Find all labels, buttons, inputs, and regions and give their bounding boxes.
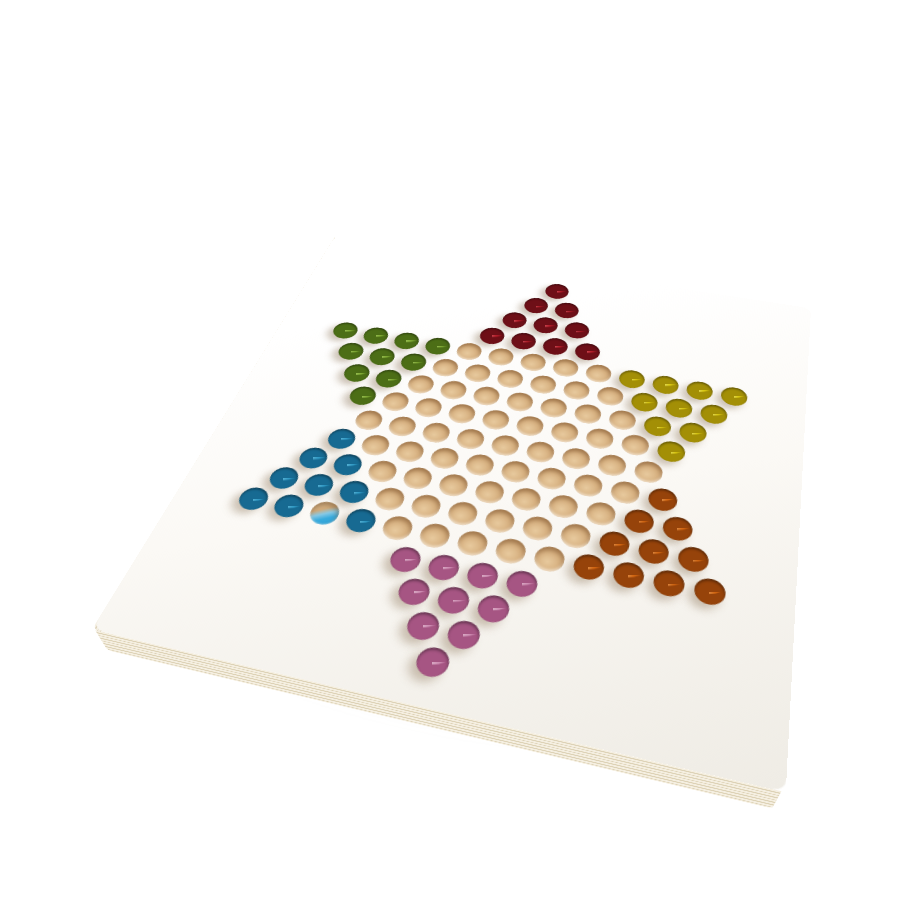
board-hole [584,427,615,451]
board-hole [518,352,548,373]
board-hole [561,379,591,401]
board-hole [572,403,603,426]
board-hole [385,414,419,437]
orange-peg[interactable] [612,515,643,578]
board-hole [494,368,525,389]
red-peg[interactable] [479,287,504,337]
pink-peg[interactable] [415,597,449,665]
board-hole [538,397,569,420]
board-hole [498,459,531,485]
chinese-checkers-board [92,236,811,793]
board-hole [550,357,580,378]
board-hole [404,374,436,396]
blue-peg[interactable] [274,449,304,508]
board-hole [535,465,568,491]
board-hole [509,486,543,513]
board-hole [489,433,522,457]
board-hole [445,402,477,425]
orange-peg[interactable] [573,507,604,569]
board-hole [392,439,426,464]
pink-peg[interactable] [506,522,538,585]
orange-peg[interactable] [653,522,685,585]
board-hole [528,374,558,396]
board-hole [427,446,461,471]
board-hole [462,363,493,384]
board-hole [619,433,650,457]
product-photo-page [0,0,900,900]
green-peg[interactable] [375,328,401,380]
board-hole [486,347,516,367]
blue-peg[interactable] [238,442,267,501]
board-hole [419,420,452,444]
scene [0,0,900,900]
blue-peg[interactable] [304,429,333,487]
empty-hole-blue-under [305,500,343,528]
red-peg[interactable] [574,302,600,353]
green-peg[interactable] [400,312,426,364]
board-hole [437,379,469,401]
board-hole [560,446,592,471]
board-hole [454,341,484,361]
pink-peg[interactable] [447,571,480,637]
red-peg[interactable] [542,297,567,348]
board-hole [472,479,506,506]
red-peg[interactable] [511,292,536,342]
board-hole [479,408,511,431]
orange-peg[interactable] [693,530,725,594]
board-hole [463,452,497,477]
board-hole [607,409,637,432]
board-hole [454,427,487,451]
board-hole [378,391,411,413]
blue-peg[interactable] [345,463,375,523]
pink-peg[interactable] [477,546,509,611]
board-hole [548,421,580,445]
board-hole [524,439,556,464]
board-hole [514,414,546,437]
board-hole [436,472,471,498]
board-hole [412,396,445,419]
green-peg[interactable] [425,297,450,348]
board-hole [584,363,613,384]
board-hole [470,385,501,407]
board-hole [504,391,535,413]
board-hole [595,385,625,407]
board-hole [429,357,460,378]
board-hole [400,465,435,491]
